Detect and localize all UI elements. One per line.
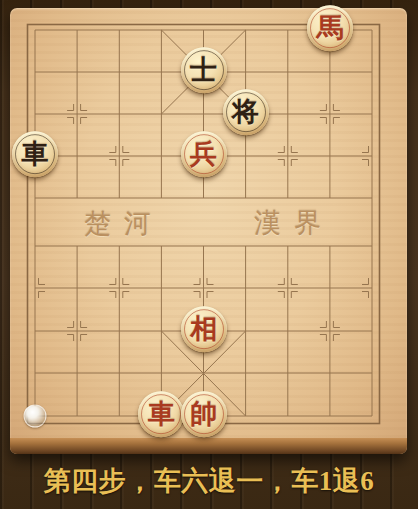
piece-glyph: 車 [138,391,184,437]
piece-red-general[interactable]: 帥 [181,391,227,437]
piece-glyph: 車 [12,131,58,177]
piece-glyph: 帥 [181,391,227,437]
piece-glyph: 士 [181,47,227,93]
piece-glyph: 馬 [307,5,353,51]
piece-black-general[interactable]: 将 [223,89,269,135]
piece-red-elephant[interactable]: 相 [181,306,227,352]
piece-black-advisor[interactable]: 士 [181,47,227,93]
move-caption: 第四步，车六退一，车1退6 [44,463,375,499]
xiangqi-app: 楚河 漢界 馬士将車兵相車帥 第四步，车六退一，车1退6 [0,0,418,509]
move-origin-marker [24,405,47,428]
piece-red-soldier[interactable]: 兵 [181,131,227,177]
piece-black-chariot[interactable]: 車 [12,131,58,177]
piece-glyph: 将 [223,89,269,135]
piece-glyph: 兵 [181,131,227,177]
piece-glyph: 相 [181,306,227,352]
piece-red-chariot[interactable]: 車 [138,391,184,437]
river-label-chu-he: 楚河 [84,206,164,242]
piece-red-horse[interactable]: 馬 [307,5,353,51]
river-label-han-jie: 漢界 [254,205,334,241]
